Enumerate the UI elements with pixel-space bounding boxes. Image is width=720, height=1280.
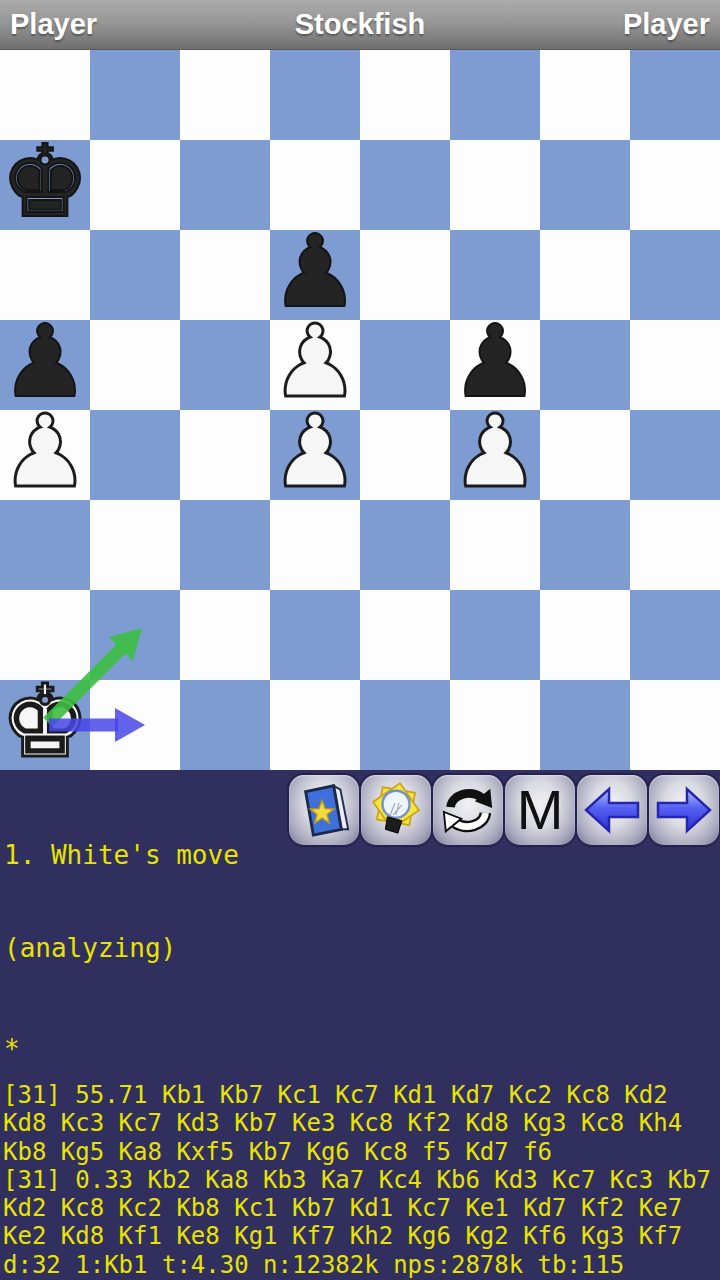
square-d3[interactable]: [270, 500, 360, 590]
square-a3[interactable]: [0, 500, 90, 590]
square-h1[interactable]: [630, 680, 720, 770]
move-status-line1: 1. White's move: [4, 840, 239, 871]
square-d4[interactable]: ♟: [270, 410, 360, 500]
square-g7[interactable]: [540, 140, 630, 230]
arrow-right-icon: [654, 780, 714, 840]
square-h6[interactable]: [630, 230, 720, 320]
square-c1[interactable]: [180, 680, 270, 770]
square-f8[interactable]: [450, 50, 540, 140]
square-c3[interactable]: [180, 500, 270, 590]
undo-button[interactable]: [577, 775, 647, 845]
toolbar: M: [289, 775, 719, 845]
square-f1[interactable]: [450, 680, 540, 770]
square-g4[interactable]: [540, 410, 630, 500]
square-h3[interactable]: [630, 500, 720, 590]
square-e6[interactable]: [360, 230, 450, 320]
square-b3[interactable]: [90, 500, 180, 590]
square-d8[interactable]: [270, 50, 360, 140]
square-e3[interactable]: [360, 500, 450, 590]
letter-m-label: M: [517, 775, 564, 845]
square-f4[interactable]: ♟: [450, 410, 540, 500]
square-c5[interactable]: [180, 320, 270, 410]
square-b8[interactable]: [90, 50, 180, 140]
analysis-line: [31] 55.71 Kb1 Kb7 Kc1 Kc7 Kd1 Kd7 Kc2 K…: [3, 1081, 719, 1109]
piece-white-king[interactable]: ♚: [0, 677, 90, 767]
square-g3[interactable]: [540, 500, 630, 590]
square-e1[interactable]: [360, 680, 450, 770]
redo-button[interactable]: [649, 775, 719, 845]
square-a4[interactable]: ♟: [0, 410, 90, 500]
analysis-line: Kd8 Kc3 Kc7 Kd3 Kb7 Ke3 Kc8 Kf2 Kd8 Kg3 …: [3, 1109, 719, 1137]
square-g1[interactable]: [540, 680, 630, 770]
white-player-name[interactable]: Player: [10, 8, 97, 41]
square-h2[interactable]: [630, 590, 720, 680]
square-g8[interactable]: [540, 50, 630, 140]
analysis-line: Ke2 Kd8 Kf1 Ke8 Kg1 Kf7 Kh2 Kg6 Kg2 Kf6 …: [3, 1222, 719, 1250]
square-d2[interactable]: [270, 590, 360, 680]
move-status-line2: (analyzing): [4, 933, 239, 964]
black-player-name[interactable]: Player: [623, 8, 710, 41]
square-c4[interactable]: [180, 410, 270, 500]
square-c7[interactable]: [180, 140, 270, 230]
title-bar: Player Stockfish Player: [0, 0, 720, 50]
engine-analysis-output[interactable]: [31] 55.71 Kb1 Kb7 Kc1 Kc7 Kd1 Kd7 Kc2 K…: [3, 1081, 719, 1279]
book-star-icon: [295, 781, 353, 839]
analyze-toggle-button[interactable]: [433, 775, 503, 845]
square-e5[interactable]: [360, 320, 450, 410]
analysis-line: d:32 1:Kb1 t:4.30 n:12382k nps:2878k tb:…: [3, 1251, 719, 1279]
analysis-line: Kd2 Kc8 Kc2 Kb8 Kc1 Kb7 Kd1 Kc7 Ke1 Kd7 …: [3, 1194, 719, 1222]
square-b2[interactable]: [90, 590, 180, 680]
square-b7[interactable]: [90, 140, 180, 230]
square-b6[interactable]: [90, 230, 180, 320]
square-f3[interactable]: [450, 500, 540, 590]
analysis-line: [31] 0.33 Kb2 Ka8 Kb3 Ka7 Kc4 Kb6 Kd3 Kc…: [3, 1166, 719, 1194]
square-e7[interactable]: [360, 140, 450, 230]
piece-black-king[interactable]: ♚: [0, 137, 90, 227]
book-button[interactable]: [289, 775, 359, 845]
square-b5[interactable]: [90, 320, 180, 410]
square-b4[interactable]: [90, 410, 180, 500]
bottom-panel: 1. White's move (analyzing) *: [0, 770, 720, 1280]
chess-board[interactable]: ♚♟♟♟♟♟♟♟♚: [0, 50, 720, 770]
square-h4[interactable]: [630, 410, 720, 500]
square-e2[interactable]: [360, 590, 450, 680]
moves-button[interactable]: M: [505, 775, 575, 845]
game-result-marker: *: [4, 1034, 239, 1065]
square-h7[interactable]: [630, 140, 720, 230]
piece-white-pawn[interactable]: ♟: [270, 407, 360, 497]
square-h5[interactable]: [630, 320, 720, 410]
square-c6[interactable]: [180, 230, 270, 320]
square-e4[interactable]: [360, 410, 450, 500]
square-f2[interactable]: [450, 590, 540, 680]
square-f7[interactable]: [450, 140, 540, 230]
square-g2[interactable]: [540, 590, 630, 680]
arrow-left-icon: [582, 780, 642, 840]
square-g6[interactable]: [540, 230, 630, 320]
square-a1[interactable]: ♚: [0, 680, 90, 770]
square-c2[interactable]: [180, 590, 270, 680]
move-status[interactable]: 1. White's move (analyzing) *: [4, 778, 239, 1127]
square-e8[interactable]: [360, 50, 450, 140]
piece-white-pawn[interactable]: ♟: [0, 407, 90, 497]
square-c8[interactable]: [180, 50, 270, 140]
square-a7[interactable]: ♚: [0, 140, 90, 230]
refresh-icon: [439, 781, 497, 839]
square-b1[interactable]: [90, 680, 180, 770]
square-g5[interactable]: [540, 320, 630, 410]
square-d1[interactable]: [270, 680, 360, 770]
lightbulb-icon: [367, 781, 425, 839]
piece-white-pawn[interactable]: ♟: [450, 407, 540, 497]
analysis-line: Kb8 Kg5 Ka8 Kxf5 Kb7 Kg6 Kc8 f5 Kd7 f6: [3, 1138, 719, 1166]
engine-name[interactable]: Stockfish: [295, 8, 426, 41]
hint-button[interactable]: [361, 775, 431, 845]
square-h8[interactable]: [630, 50, 720, 140]
